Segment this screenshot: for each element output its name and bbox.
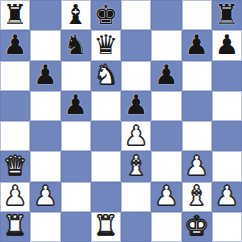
- piece-white-pawn[interactable]: ♟: [185, 152, 209, 179]
- piece-black-pawn[interactable]: ♟: [64, 91, 88, 118]
- piece-white-pawn[interactable]: ♟: [154, 182, 178, 209]
- square-h2[interactable]: ♟: [212, 182, 242, 212]
- square-h7[interactable]: ♟: [212, 30, 242, 60]
- square-f5[interactable]: [151, 91, 181, 121]
- piece-white-pawn[interactable]: ♟: [3, 182, 27, 209]
- piece-black-pawn[interactable]: ♟: [185, 31, 209, 58]
- piece-white-pawn[interactable]: ♟: [215, 182, 239, 209]
- piece-black-pawn[interactable]: ♟: [215, 31, 239, 58]
- square-c2[interactable]: [61, 182, 91, 212]
- square-d1[interactable]: ♜: [91, 212, 121, 242]
- square-g4[interactable]: [182, 121, 212, 151]
- square-d6[interactable]: ♞: [91, 61, 121, 91]
- square-c5[interactable]: ♟: [61, 91, 91, 121]
- square-d8[interactable]: ♚: [91, 0, 121, 30]
- piece-black-rook[interactable]: ♜: [215, 1, 239, 28]
- square-a8[interactable]: ♜: [0, 0, 30, 30]
- piece-white-pawn[interactable]: ♟: [124, 122, 148, 149]
- chess-board: ♜♝♚♜♟♞♛♟♟♟♞♟♟♟♟♛♝♟♟♟♟♝♟♜♜♚: [0, 0, 242, 242]
- square-a2[interactable]: ♟: [0, 182, 30, 212]
- square-h1[interactable]: [212, 212, 242, 242]
- square-g8[interactable]: [182, 0, 212, 30]
- square-f6[interactable]: ♟: [151, 61, 181, 91]
- piece-white-pawn[interactable]: ♟: [33, 182, 57, 209]
- square-g7[interactable]: ♟: [182, 30, 212, 60]
- square-c7[interactable]: ♞: [61, 30, 91, 60]
- square-d5[interactable]: [91, 91, 121, 121]
- square-b6[interactable]: ♟: [30, 61, 60, 91]
- square-g3[interactable]: ♟: [182, 151, 212, 181]
- square-b2[interactable]: ♟: [30, 182, 60, 212]
- square-d2[interactable]: [91, 182, 121, 212]
- square-f8[interactable]: [151, 0, 181, 30]
- piece-white-bishop[interactable]: ♝: [185, 182, 209, 209]
- piece-black-pawn[interactable]: ♟: [3, 31, 27, 58]
- square-e5[interactable]: ♟: [121, 91, 151, 121]
- square-e4[interactable]: ♟: [121, 121, 151, 151]
- piece-black-knight[interactable]: ♞: [64, 31, 88, 58]
- piece-white-rook[interactable]: ♜: [3, 212, 27, 239]
- square-d3[interactable]: [91, 151, 121, 181]
- piece-black-queen[interactable]: ♛: [94, 31, 118, 58]
- square-b8[interactable]: [30, 0, 60, 30]
- square-e3[interactable]: ♝: [121, 151, 151, 181]
- square-a6[interactable]: [0, 61, 30, 91]
- square-c8[interactable]: ♝: [61, 0, 91, 30]
- square-g2[interactable]: ♝: [182, 182, 212, 212]
- piece-white-bishop[interactable]: ♝: [124, 152, 148, 179]
- square-a3[interactable]: ♛: [0, 151, 30, 181]
- piece-black-pawn[interactable]: ♟: [33, 61, 57, 88]
- square-e2[interactable]: [121, 182, 151, 212]
- square-d4[interactable]: [91, 121, 121, 151]
- square-h3[interactable]: [212, 151, 242, 181]
- square-c6[interactable]: [61, 61, 91, 91]
- square-e7[interactable]: [121, 30, 151, 60]
- square-b4[interactable]: [30, 121, 60, 151]
- square-e6[interactable]: [121, 61, 151, 91]
- piece-white-king[interactable]: ♚: [185, 212, 209, 239]
- square-b3[interactable]: [30, 151, 60, 181]
- square-g1[interactable]: ♚: [182, 212, 212, 242]
- piece-black-bishop[interactable]: ♝: [64, 1, 88, 28]
- square-e1[interactable]: [121, 212, 151, 242]
- square-b5[interactable]: [30, 91, 60, 121]
- square-a1[interactable]: ♜: [0, 212, 30, 242]
- square-c3[interactable]: [61, 151, 91, 181]
- square-a7[interactable]: ♟: [0, 30, 30, 60]
- square-h5[interactable]: [212, 91, 242, 121]
- square-e8[interactable]: [121, 0, 151, 30]
- square-f4[interactable]: [151, 121, 181, 151]
- square-a5[interactable]: [0, 91, 30, 121]
- piece-white-knight[interactable]: ♞: [94, 61, 118, 88]
- piece-black-rook[interactable]: ♜: [3, 1, 27, 28]
- square-g5[interactable]: [182, 91, 212, 121]
- piece-black-pawn[interactable]: ♟: [154, 61, 178, 88]
- piece-white-rook[interactable]: ♜: [94, 212, 118, 239]
- square-f1[interactable]: [151, 212, 181, 242]
- square-b1[interactable]: [30, 212, 60, 242]
- square-d7[interactable]: ♛: [91, 30, 121, 60]
- square-c4[interactable]: [61, 121, 91, 151]
- square-f3[interactable]: [151, 151, 181, 181]
- square-h8[interactable]: ♜: [212, 0, 242, 30]
- square-f2[interactable]: ♟: [151, 182, 181, 212]
- square-h4[interactable]: [212, 121, 242, 151]
- square-g6[interactable]: [182, 61, 212, 91]
- piece-white-queen[interactable]: ♛: [3, 152, 27, 179]
- piece-black-pawn[interactable]: ♟: [124, 91, 148, 118]
- square-h6[interactable]: [212, 61, 242, 91]
- square-f7[interactable]: [151, 30, 181, 60]
- square-b7[interactable]: [30, 30, 60, 60]
- piece-black-king[interactable]: ♚: [94, 1, 118, 28]
- square-c1[interactable]: [61, 212, 91, 242]
- square-a4[interactable]: [0, 121, 30, 151]
